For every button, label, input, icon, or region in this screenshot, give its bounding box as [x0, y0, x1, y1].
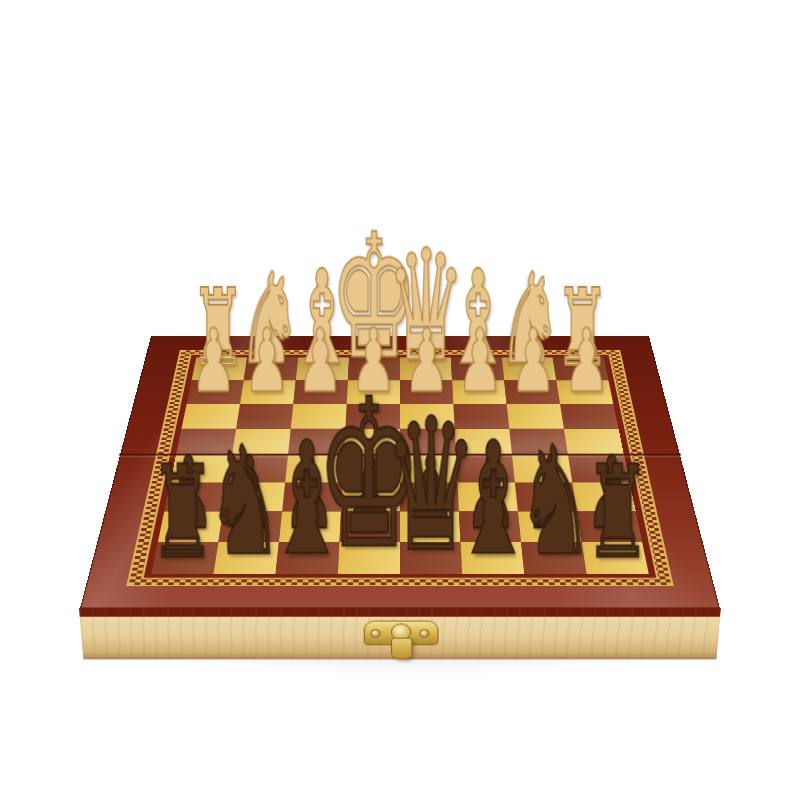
black-rook[interactable]: ♜	[584, 452, 650, 573]
black-knight[interactable]: ♞	[516, 430, 594, 572]
photo-background: ♜♞♝♚♛♝♞♜♟♟♟♟♟♟♟♟♟♟♟♟♟♟♟♟♜♞♝♚♛♝♞♜	[0, 0, 800, 800]
clasp-tongue[interactable]	[391, 638, 413, 660]
box-front-panel	[79, 608, 721, 659]
square-g8[interactable]: ♞	[213, 542, 279, 574]
square-a8[interactable]: ♜	[582, 542, 649, 574]
clasp-screw-right	[419, 629, 429, 638]
square-b2[interactable]: ♟	[504, 380, 560, 404]
square-g2[interactable]: ♟	[240, 380, 296, 404]
white-pawn[interactable]: ♟	[510, 320, 556, 403]
white-pawn[interactable]: ♟	[244, 320, 290, 403]
square-b8[interactable]: ♞	[521, 542, 587, 574]
square-a2[interactable]: ♟	[556, 380, 613, 404]
scene: ♜♞♝♚♛♝♞♜♟♟♟♟♟♟♟♟♟♟♟♟♟♟♟♟♜♞♝♚♛♝♞♜	[0, 0, 800, 800]
playing-field: ♜♞♝♚♛♝♞♜♟♟♟♟♟♟♟♟♟♟♟♟♟♟♟♟♜♞♝♚♛♝♞♜	[151, 358, 649, 575]
folding-chess-box: ♜♞♝♚♛♝♞♜♟♟♟♟♟♟♟♟♟♟♟♟♟♟♟♟♜♞♝♚♛♝♞♜	[80, 336, 720, 608]
white-pawn[interactable]: ♟	[564, 320, 610, 403]
white-pawn[interactable]: ♟	[191, 320, 237, 403]
black-knight[interactable]: ♞	[206, 430, 284, 572]
square-f8[interactable]: ♝	[276, 542, 340, 574]
square-h2[interactable]: ♟	[187, 380, 244, 404]
brass-clasp[interactable]	[364, 621, 437, 659]
clasp-screw-left	[370, 629, 380, 638]
square-c8[interactable]: ♝	[461, 542, 525, 574]
chess-board: ♜♞♝♚♛♝♞♜♟♟♟♟♟♟♟♟♟♟♟♟♟♟♟♟♜♞♝♚♛♝♞♜	[80, 336, 720, 608]
